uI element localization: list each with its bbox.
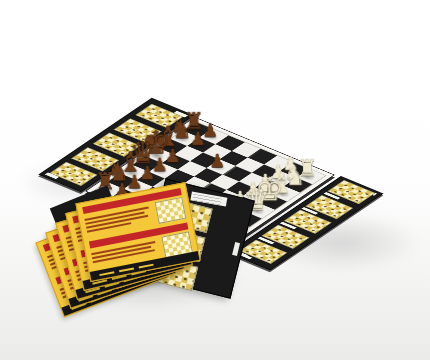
- square-c7: ♟: [136, 171, 165, 186]
- square-g3: [251, 164, 280, 179]
- product-photo-stage: ♜♟♟♜♞♟♟♞♝♟♟♝♚♟♟♚♛♟♟♛♝♟♟♝♞♟♟♞♜♟♟♜: [0, 0, 430, 360]
- card-puzzle-diagram: [155, 197, 187, 224]
- panel-side-label: [232, 242, 240, 256]
